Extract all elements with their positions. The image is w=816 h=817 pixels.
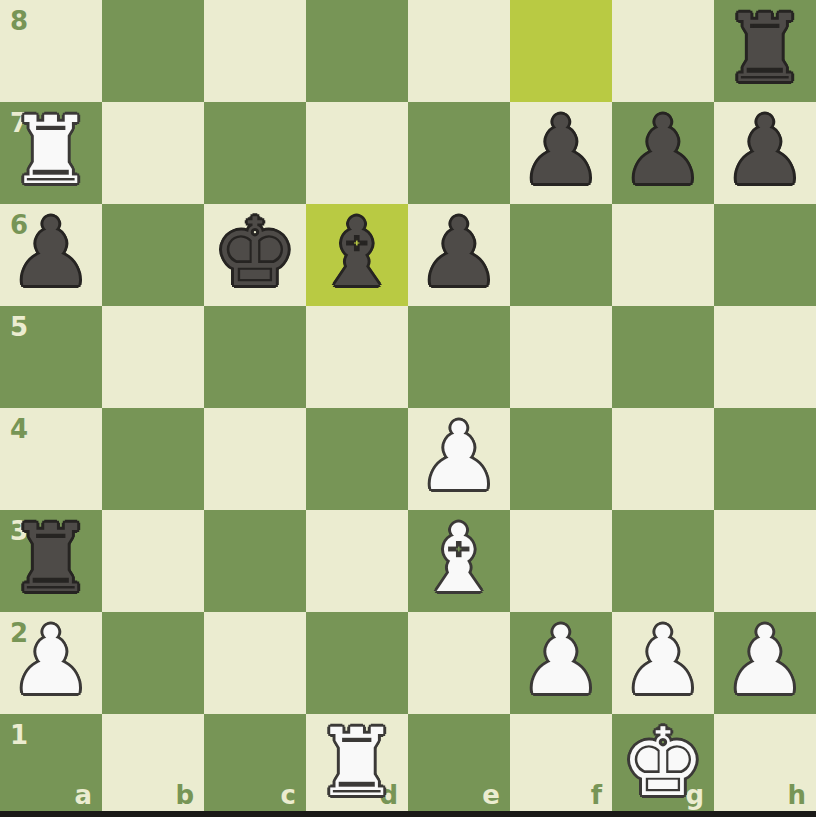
square-g5[interactable] — [612, 306, 714, 408]
square-a2[interactable]: 2♟ — [0, 612, 102, 714]
square-f5[interactable] — [510, 306, 612, 408]
square-d2[interactable] — [306, 612, 408, 714]
square-f6[interactable] — [510, 204, 612, 306]
rank-label-5: 5 — [10, 314, 28, 340]
square-c7[interactable] — [204, 102, 306, 204]
square-d8[interactable] — [306, 0, 408, 102]
square-h5[interactable] — [714, 306, 816, 408]
square-e7[interactable] — [408, 102, 510, 204]
square-b5[interactable] — [102, 306, 204, 408]
piece-black-pawn[interactable]: ♟ — [621, 104, 705, 198]
square-g2[interactable]: ♟ — [612, 612, 714, 714]
piece-white-rook[interactable]: ♜ — [9, 104, 93, 198]
square-h8[interactable]: ♜ — [714, 0, 816, 102]
square-g3[interactable] — [612, 510, 714, 612]
square-h6[interactable] — [714, 204, 816, 306]
square-g8[interactable] — [612, 0, 714, 102]
rank-label-4: 4 — [10, 416, 28, 442]
piece-black-pawn[interactable]: ♟ — [9, 206, 93, 300]
square-a8[interactable]: 8 — [0, 0, 102, 102]
square-f2[interactable]: ♟ — [510, 612, 612, 714]
square-e8[interactable] — [408, 0, 510, 102]
piece-black-rook[interactable]: ♜ — [723, 2, 807, 96]
square-a3[interactable]: 3♜ — [0, 510, 102, 612]
piece-black-pawn[interactable]: ♟ — [723, 104, 807, 198]
piece-white-pawn[interactable]: ♟ — [9, 614, 93, 708]
chess-board: 8♜7♜♟♟♟6♟♚♝♟54♟3♜♝2♟♟♟♟1abcd♜efg♚h — [0, 0, 816, 816]
piece-white-rook[interactable]: ♜ — [315, 716, 399, 810]
square-h2[interactable]: ♟ — [714, 612, 816, 714]
square-b8[interactable] — [102, 0, 204, 102]
file-label-c: c — [281, 782, 296, 808]
square-a1[interactable]: 1a — [0, 714, 102, 816]
piece-white-pawn[interactable]: ♟ — [417, 410, 501, 504]
file-label-e: e — [482, 782, 500, 808]
square-h4[interactable] — [714, 408, 816, 510]
rank-label-1: 1 — [10, 722, 28, 748]
piece-white-king[interactable]: ♚ — [621, 716, 705, 810]
square-g1[interactable]: g♚ — [612, 714, 714, 816]
square-e2[interactable] — [408, 612, 510, 714]
square-f8[interactable] — [510, 0, 612, 102]
square-c6[interactable]: ♚ — [204, 204, 306, 306]
square-e1[interactable]: e — [408, 714, 510, 816]
square-e4[interactable]: ♟ — [408, 408, 510, 510]
square-d1[interactable]: d♜ — [306, 714, 408, 816]
piece-white-pawn[interactable]: ♟ — [621, 614, 705, 708]
file-label-h: h — [787, 782, 806, 808]
piece-black-bishop[interactable]: ♝ — [315, 206, 399, 300]
square-g7[interactable]: ♟ — [612, 102, 714, 204]
square-f4[interactable] — [510, 408, 612, 510]
square-c3[interactable] — [204, 510, 306, 612]
square-c2[interactable] — [204, 612, 306, 714]
square-f7[interactable]: ♟ — [510, 102, 612, 204]
square-c5[interactable] — [204, 306, 306, 408]
square-c4[interactable] — [204, 408, 306, 510]
square-d6[interactable]: ♝ — [306, 204, 408, 306]
square-d5[interactable] — [306, 306, 408, 408]
square-g6[interactable] — [612, 204, 714, 306]
square-g4[interactable] — [612, 408, 714, 510]
square-d4[interactable] — [306, 408, 408, 510]
piece-black-pawn[interactable]: ♟ — [519, 104, 603, 198]
piece-white-bishop[interactable]: ♝ — [417, 512, 501, 606]
chess-app-window: 8♜7♜♟♟♟6♟♚♝♟54♟3♜♝2♟♟♟♟1abcd♜efg♚h — [0, 0, 816, 817]
piece-white-pawn[interactable]: ♟ — [519, 614, 603, 708]
square-b7[interactable] — [102, 102, 204, 204]
piece-black-rook[interactable]: ♜ — [9, 512, 93, 606]
square-f3[interactable] — [510, 510, 612, 612]
square-a6[interactable]: 6♟ — [0, 204, 102, 306]
square-c8[interactable] — [204, 0, 306, 102]
piece-white-pawn[interactable]: ♟ — [723, 614, 807, 708]
file-label-b: b — [175, 782, 194, 808]
rank-label-8: 8 — [10, 8, 28, 34]
square-d7[interactable] — [306, 102, 408, 204]
square-b3[interactable] — [102, 510, 204, 612]
square-e5[interactable] — [408, 306, 510, 408]
square-h7[interactable]: ♟ — [714, 102, 816, 204]
window-bottom-bar — [0, 811, 816, 817]
square-b2[interactable] — [102, 612, 204, 714]
square-c1[interactable]: c — [204, 714, 306, 816]
square-b6[interactable] — [102, 204, 204, 306]
square-h3[interactable] — [714, 510, 816, 612]
square-a5[interactable]: 5 — [0, 306, 102, 408]
square-a7[interactable]: 7♜ — [0, 102, 102, 204]
square-e3[interactable]: ♝ — [408, 510, 510, 612]
piece-black-pawn[interactable]: ♟ — [417, 206, 501, 300]
piece-black-king[interactable]: ♚ — [213, 206, 297, 300]
square-d3[interactable] — [306, 510, 408, 612]
square-e6[interactable]: ♟ — [408, 204, 510, 306]
square-b1[interactable]: b — [102, 714, 204, 816]
square-b4[interactable] — [102, 408, 204, 510]
file-label-a: a — [74, 782, 92, 808]
square-f1[interactable]: f — [510, 714, 612, 816]
square-a4[interactable]: 4 — [0, 408, 102, 510]
square-h1[interactable]: h — [714, 714, 816, 816]
file-label-f: f — [591, 782, 602, 808]
